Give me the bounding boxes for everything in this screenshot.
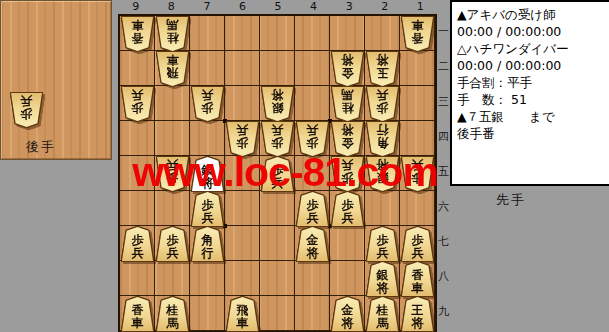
piece-sente-銀将-28[interactable]: 銀将 [366, 262, 399, 296]
piece-gote-歩兵-93[interactable]: 歩兵 [121, 87, 154, 121]
watermark-text: www.loc-81.com [120, 149, 450, 196]
piece-sente-金将-47[interactable]: 金将 [296, 227, 329, 261]
gote-tray-label: 後手 [26, 138, 56, 156]
piece-sente-王将-19[interactable]: 王将 [401, 297, 434, 331]
file-label-9: 9 [118, 0, 154, 14]
piece-sente-歩兵-76[interactable]: 歩兵 [191, 192, 224, 226]
rank-label-9: 九 [437, 294, 450, 329]
rank-label-2: 二 [437, 49, 450, 84]
piece-gote-金将-32[interactable]: 金将 [331, 52, 364, 86]
piece-gote-香車-91[interactable]: 香車 [121, 17, 154, 51]
gote-captured-tray[interactable]: 歩兵 後手 [0, 0, 112, 160]
handicap-line: 手合割：平手 [457, 74, 609, 91]
sente-clock: 00:00 / 00:00:00 [457, 23, 609, 40]
piece-sente-角行-77[interactable]: 角行 [191, 227, 224, 261]
piece-sente-歩兵-46[interactable]: 歩兵 [296, 192, 329, 226]
rank-label-7: 七 [437, 224, 450, 259]
piece-gote-歩兵-in-hand[interactable]: 歩兵 [10, 93, 43, 127]
rank-label-3: 三 [437, 84, 450, 119]
sente-player-name: ▲アキバの受け師 [457, 6, 609, 23]
turn-indicator: 後手番 [457, 125, 609, 142]
piece-gote-桂馬-33[interactable]: 桂馬 [331, 87, 364, 121]
piece-gote-桂馬-81[interactable]: 桂馬 [156, 17, 189, 51]
last-move-line: ▲７五銀 まで [457, 108, 609, 125]
game-info-panel: ▲アキバの受け師 00:00 / 00:00:00 △ハチワンダイバー 00:0… [450, 0, 609, 186]
rank-label-1: 一 [437, 14, 450, 49]
rank-label-8: 八 [437, 259, 450, 294]
piece-sente-香車-99[interactable]: 香車 [121, 297, 154, 331]
piece-sente-飛車-69[interactable]: 飛車 [226, 297, 259, 331]
file-label-2: 2 [367, 0, 403, 14]
file-label-7: 7 [189, 0, 225, 14]
piece-sente-歩兵-97[interactable]: 歩兵 [121, 227, 154, 261]
gote-player-name: △ハチワンダイバー [457, 40, 609, 57]
piece-gote-玉将-22[interactable]: 玉将 [366, 52, 399, 86]
piece-sente-金将-39[interactable]: 金将 [331, 297, 364, 331]
move-count-line: 手 数： 51 [457, 91, 609, 108]
piece-gote-飛車-82[interactable]: 飛車 [156, 52, 189, 86]
piece-gote-歩兵-73[interactable]: 歩兵 [191, 87, 224, 121]
file-label-1: 1 [403, 0, 439, 14]
piece-sente-歩兵-36[interactable]: 歩兵 [331, 192, 364, 226]
piece-gote-歩兵-23[interactable]: 歩兵 [366, 87, 399, 121]
piece-sente-歩兵-17[interactable]: 歩兵 [401, 227, 434, 261]
piece-sente-歩兵-87[interactable]: 歩兵 [156, 227, 189, 261]
piece-sente-桂馬-29[interactable]: 桂馬 [366, 297, 399, 331]
file-labels: 9 8 7 6 5 4 3 2 1 [118, 0, 438, 14]
gote-clock: 00:00 / 00:00:00 [457, 57, 609, 74]
file-label-3: 3 [331, 0, 367, 14]
piece-gote-香車-11[interactable]: 香車 [401, 17, 434, 51]
piece-sente-香車-18[interactable]: 香車 [401, 262, 434, 296]
piece-sente-桂馬-89[interactable]: 桂馬 [156, 297, 189, 331]
file-label-8: 8 [154, 0, 190, 14]
piece-sente-歩兵-27[interactable]: 歩兵 [366, 227, 399, 261]
sente-tray-label: 先手 [496, 191, 526, 209]
file-label-5: 5 [260, 0, 296, 14]
piece-gote-銀将-53[interactable]: 銀将 [261, 87, 294, 121]
shogi-app: 歩兵 後手 9 8 7 6 5 4 3 2 1 香車桂馬香車飛車金将玉将歩兵歩兵… [0, 0, 609, 332]
file-label-4: 4 [296, 0, 332, 14]
file-label-6: 6 [225, 0, 261, 14]
